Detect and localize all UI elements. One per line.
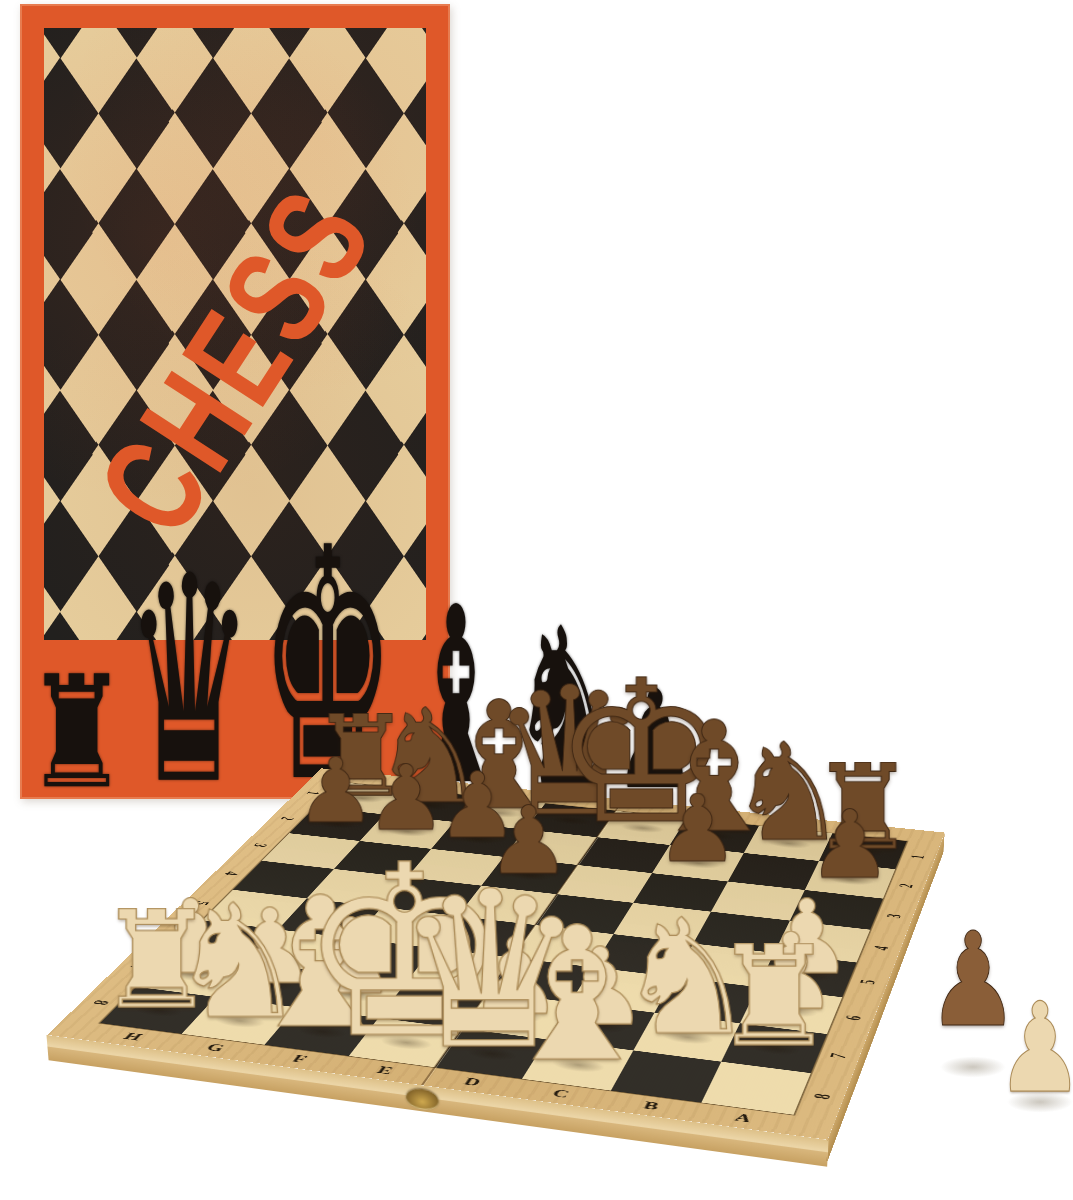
scene: HGFEDCBA1234567812345678♜♞♝♚♛♝♞♜♟♟♟♟♟♟♟♜…: [0, 0, 1073, 1200]
light-bishop-c8: ♝: [493, 923, 659, 1068]
light-rook-a7: ♜: [711, 943, 835, 1051]
loose-light-pawn: ♟: [996, 1000, 1073, 1103]
chess-board: HGFEDCBA1234567812345678♜♞♝♚♛♝♞♜♟♟♟♟♟♟♟♜…: [47, 768, 944, 1139]
brass-clasp-icon: [406, 1087, 439, 1112]
product-photo: CHESS ♜♛♚♝♞♟ HGFEDCBA1234567812345678♜♞♝…: [0, 0, 1073, 1200]
dark-pawn-a2: ♟: [807, 808, 892, 882]
dark-pawn-c2: ♟: [655, 793, 738, 865]
